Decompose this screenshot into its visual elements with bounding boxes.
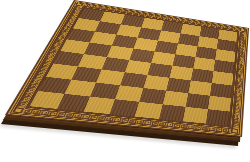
square-r8c8 [206, 109, 230, 126]
square-r8c6 [159, 104, 186, 121]
square-r8c7 [183, 107, 208, 124]
border-corner-square [230, 128, 239, 134]
chessboard [5, 0, 249, 137]
chessboard-photo [0, 0, 250, 162]
